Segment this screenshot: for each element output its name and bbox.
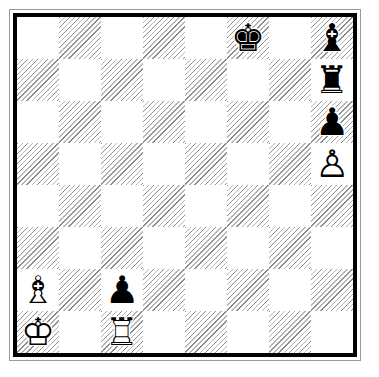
square-g6[interactable] [269,101,311,143]
square-b5[interactable] [59,143,101,185]
square-a5[interactable] [17,143,59,185]
square-h7[interactable]: ♜︎♜︎ [311,59,353,101]
piece-black-rook[interactable]: ♜︎♜︎ [311,59,353,101]
square-b7[interactable] [59,59,101,101]
square-b6[interactable] [59,101,101,143]
square-f5[interactable] [227,143,269,185]
piece-glyph: ♖︎ [101,311,143,353]
square-f2[interactable] [227,269,269,311]
chess-board-frame: ♚︎♚︎♝︎♝︎♜︎♜︎♟︎♟︎♟︎♙︎♝︎♗︎♟︎♟︎♚︎♔︎♜︎♖︎ [9,9,361,361]
square-e1[interactable] [185,311,227,353]
square-d3[interactable] [143,227,185,269]
square-f6[interactable] [227,101,269,143]
square-d1[interactable] [143,311,185,353]
square-b4[interactable] [59,185,101,227]
square-f1[interactable] [227,311,269,353]
square-g4[interactable] [269,185,311,227]
square-a2[interactable]: ♝︎♗︎ [17,269,59,311]
chess-board: ♚︎♚︎♝︎♝︎♜︎♜︎♟︎♟︎♟︎♙︎♝︎♗︎♟︎♟︎♚︎♔︎♜︎♖︎ [17,17,353,353]
piece-glyph: ♙︎ [311,143,353,185]
square-a6[interactable] [17,101,59,143]
square-e6[interactable] [185,101,227,143]
square-c8[interactable] [101,17,143,59]
square-d5[interactable] [143,143,185,185]
square-e2[interactable] [185,269,227,311]
square-c1[interactable]: ♜︎♖︎ [101,311,143,353]
square-g8[interactable] [269,17,311,59]
square-c5[interactable] [101,143,143,185]
square-c3[interactable] [101,227,143,269]
square-h4[interactable] [311,185,353,227]
square-d2[interactable] [143,269,185,311]
square-b2[interactable] [59,269,101,311]
square-a1[interactable]: ♚︎♔︎ [17,311,59,353]
board-inner-border: ♚︎♚︎♝︎♝︎♜︎♜︎♟︎♟︎♟︎♙︎♝︎♗︎♟︎♟︎♚︎♔︎♜︎♖︎ [13,13,357,357]
square-f4[interactable] [227,185,269,227]
square-h5[interactable]: ♟︎♙︎ [311,143,353,185]
square-g7[interactable] [269,59,311,101]
square-e7[interactable] [185,59,227,101]
piece-white-pawn[interactable]: ♟︎♙︎ [311,143,353,185]
square-a3[interactable] [17,227,59,269]
square-h8[interactable]: ♝︎♝︎ [311,17,353,59]
square-a8[interactable] [17,17,59,59]
piece-glyph: ♔︎ [17,311,59,353]
piece-black-bishop[interactable]: ♝︎♝︎ [311,17,353,59]
square-e4[interactable] [185,185,227,227]
square-b8[interactable] [59,17,101,59]
square-g5[interactable] [269,143,311,185]
square-g3[interactable] [269,227,311,269]
piece-glyph: ♚︎ [227,17,269,59]
square-h1[interactable] [311,311,353,353]
square-b3[interactable] [59,227,101,269]
square-h6[interactable]: ♟︎♟︎ [311,101,353,143]
piece-glyph: ♟︎ [101,269,143,311]
square-a7[interactable] [17,59,59,101]
square-f8[interactable]: ♚︎♚︎ [227,17,269,59]
square-c2[interactable]: ♟︎♟︎ [101,269,143,311]
square-d8[interactable] [143,17,185,59]
square-c7[interactable] [101,59,143,101]
piece-white-bishop[interactable]: ♝︎♗︎ [17,269,59,311]
square-e8[interactable] [185,17,227,59]
piece-black-pawn[interactable]: ♟︎♟︎ [101,269,143,311]
square-e5[interactable] [185,143,227,185]
square-h2[interactable] [311,269,353,311]
piece-glyph: ♗︎ [17,269,59,311]
square-b1[interactable] [59,311,101,353]
piece-white-king[interactable]: ♚︎♔︎ [17,311,59,353]
square-h3[interactable] [311,227,353,269]
square-f7[interactable] [227,59,269,101]
square-c6[interactable] [101,101,143,143]
square-g2[interactable] [269,269,311,311]
square-a4[interactable] [17,185,59,227]
piece-white-rook[interactable]: ♜︎♖︎ [101,311,143,353]
piece-black-pawn[interactable]: ♟︎♟︎ [311,101,353,143]
piece-glyph: ♟︎ [311,101,353,143]
square-g1[interactable] [269,311,311,353]
square-d7[interactable] [143,59,185,101]
piece-glyph: ♝︎ [311,17,353,59]
square-c4[interactable] [101,185,143,227]
piece-black-king[interactable]: ♚︎♚︎ [227,17,269,59]
piece-glyph: ♜︎ [311,59,353,101]
square-e3[interactable] [185,227,227,269]
square-d4[interactable] [143,185,185,227]
square-f3[interactable] [227,227,269,269]
square-d6[interactable] [143,101,185,143]
